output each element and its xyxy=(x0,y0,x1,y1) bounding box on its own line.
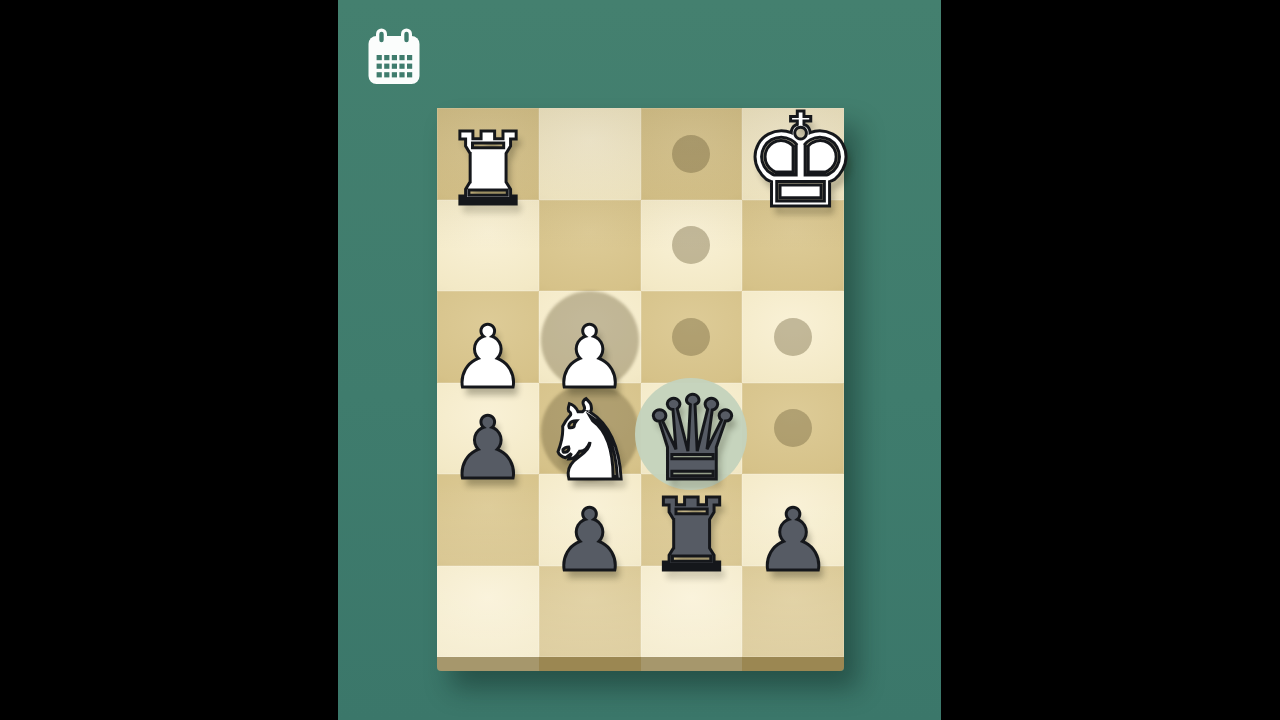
square-d2[interactable]: ♟ xyxy=(742,474,844,566)
square-a1[interactable] xyxy=(437,566,539,658)
board-grid: ♜♚♟♟♟♞♛♟♜♟ xyxy=(437,108,844,657)
square-b5[interactable] xyxy=(539,200,641,292)
letterbox-right xyxy=(941,0,1280,720)
square-a6[interactable]: ♜ xyxy=(437,108,539,200)
piece-black-pawn[interactable]: ♟ xyxy=(539,497,641,583)
board-edge xyxy=(437,657,844,671)
piece-white-king[interactable]: ♚ xyxy=(742,96,844,226)
piece-black-pawn[interactable]: ♟ xyxy=(742,497,844,583)
piece-black-rook[interactable]: ♜ xyxy=(641,486,743,586)
move-hint-dot[interactable] xyxy=(774,318,812,356)
square-c2[interactable]: ♜ xyxy=(641,474,743,566)
piece-white-knight[interactable]: ♞ xyxy=(539,386,641,496)
game-area: ♜♚♟♟♟♞♛♟♜♟ xyxy=(338,0,941,720)
daily-puzzle-calendar-icon[interactable] xyxy=(368,28,420,86)
move-hint-dot[interactable] xyxy=(672,135,710,173)
square-d3[interactable] xyxy=(742,383,844,475)
board-edge-segment xyxy=(539,657,641,671)
square-d6[interactable]: ♚ xyxy=(742,108,844,200)
board-edge-segment xyxy=(437,657,539,671)
square-d4[interactable] xyxy=(742,291,844,383)
square-c3[interactable]: ♛ xyxy=(641,383,743,475)
move-hint-dot[interactable] xyxy=(672,318,710,356)
square-c6[interactable] xyxy=(641,108,743,200)
letterbox-left xyxy=(0,0,338,720)
piece-black-pawn[interactable]: ♟ xyxy=(437,405,539,491)
piece-white-rook[interactable]: ♜ xyxy=(437,120,539,220)
square-b6[interactable] xyxy=(539,108,641,200)
screen: ♜♚♟♟♟♞♛♟♜♟ xyxy=(0,0,1280,720)
move-hint-dot[interactable] xyxy=(672,226,710,264)
square-c5[interactable] xyxy=(641,200,743,292)
board-edge-segment xyxy=(742,657,844,671)
board-edge-segment xyxy=(641,657,743,671)
piece-white-pawn[interactable]: ♟ xyxy=(437,314,539,400)
square-b3[interactable]: ♞ xyxy=(539,383,641,475)
chess-board: ♜♚♟♟♟♞♛♟♜♟ xyxy=(437,108,844,671)
calendar-icon xyxy=(368,28,420,86)
move-hint-dot[interactable] xyxy=(774,409,812,447)
square-a4[interactable]: ♟ xyxy=(437,291,539,383)
square-b4[interactable]: ♟ xyxy=(539,291,641,383)
square-c4[interactable] xyxy=(641,291,743,383)
